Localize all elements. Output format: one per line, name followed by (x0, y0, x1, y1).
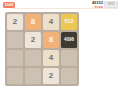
tile-4-r1c3: 4 (43, 14, 59, 30)
tile-4-r3c3: 4 (43, 50, 59, 66)
empty-cell-r4c1 (7, 68, 23, 84)
tile-8-r1c2: 8 (25, 14, 41, 30)
tile-512-r1c4: 512 (61, 14, 77, 30)
empty-cell-r3c4 (61, 50, 77, 66)
board[interactable]: 28451228409642 (5, 12, 79, 86)
tile-2-r2c2: 2 (25, 32, 41, 48)
empty-cell-r4c2 (25, 68, 41, 84)
tile-2-r4c3: 2 (43, 68, 59, 84)
tile-8-r2c3: 8 (43, 32, 59, 48)
empty-cell-r2c1 (7, 32, 23, 48)
tile-4096-r2c4: 4096 (61, 32, 77, 48)
new-game-button[interactable]: NEW (104, 1, 118, 8)
tile-2-r1c1: 2 (7, 14, 23, 30)
header-divider (12, 8, 118, 9)
empty-cell-r3c2 (25, 50, 41, 66)
empty-cell-r4c4 (61, 68, 77, 84)
empty-cell-r3c1 (7, 50, 23, 66)
